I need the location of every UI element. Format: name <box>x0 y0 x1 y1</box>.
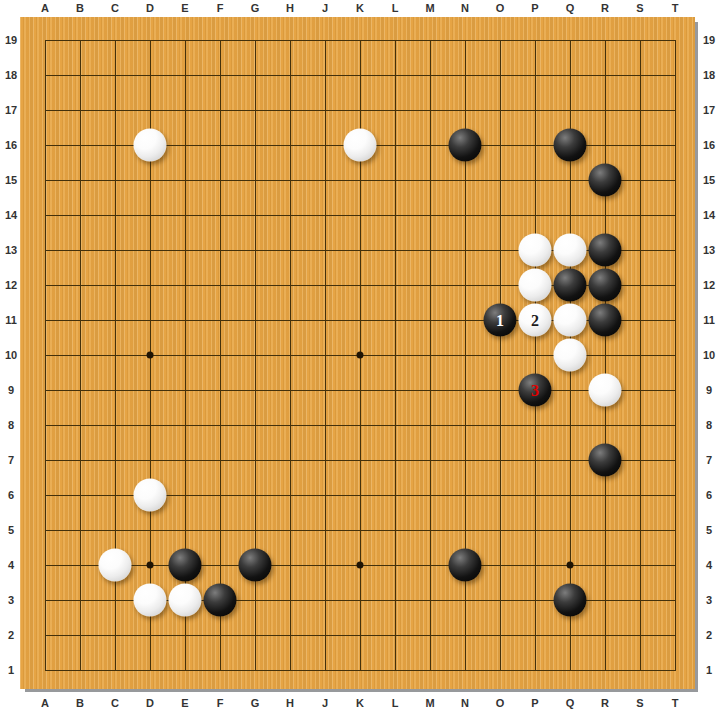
coord-label-left: 8 <box>8 420 14 431</box>
coord-label-right: 12 <box>703 280 715 291</box>
hoshi-point <box>567 562 574 569</box>
coord-label-bottom: M <box>425 698 434 709</box>
coord-label-left: 4 <box>8 560 14 571</box>
coord-label-top: H <box>286 3 294 14</box>
stone-white-P13[interactable] <box>519 234 552 267</box>
coord-label-top: L <box>392 3 399 14</box>
coord-label-top: K <box>356 3 364 14</box>
coord-label-right: 6 <box>706 490 712 501</box>
coord-label-bottom: Q <box>566 698 575 709</box>
coord-label-bottom: E <box>181 698 188 709</box>
stone-black-G4[interactable] <box>239 549 272 582</box>
coord-label-top: R <box>601 3 609 14</box>
coord-label-bottom: T <box>672 698 679 709</box>
coord-label-right: 13 <box>703 245 715 256</box>
coord-label-left: 9 <box>8 385 14 396</box>
stone-white-D3[interactable] <box>134 584 167 617</box>
go-board-screenshot: AABBCCDDEEFFGGHHJJKKLLMMNNOOPPQQRRSSTT19… <box>0 0 720 712</box>
coord-label-bottom: P <box>531 698 538 709</box>
coord-label-bottom: J <box>322 698 328 709</box>
hoshi-point <box>357 562 364 569</box>
coord-label-right: 5 <box>706 525 712 536</box>
coord-label-right: 16 <box>703 140 715 151</box>
coord-label-bottom: K <box>356 698 364 709</box>
stone-white-P11[interactable]: 2 <box>519 304 552 337</box>
coord-label-top: J <box>322 3 328 14</box>
stone-black-Q16[interactable] <box>554 129 587 162</box>
coord-label-top: N <box>461 3 469 14</box>
coord-label-bottom: F <box>217 698 224 709</box>
hoshi-point <box>147 562 154 569</box>
stone-white-D6[interactable] <box>134 479 167 512</box>
stone-black-R12[interactable] <box>589 269 622 302</box>
coord-label-top: B <box>76 3 84 14</box>
stone-white-Q13[interactable] <box>554 234 587 267</box>
coord-label-right: 14 <box>703 210 715 221</box>
coord-label-top: C <box>111 3 119 14</box>
coord-label-top: G <box>251 3 260 14</box>
stone-black-F3[interactable] <box>204 584 237 617</box>
coord-label-bottom: O <box>496 698 505 709</box>
coord-label-right: 3 <box>706 595 712 606</box>
coord-label-right: 9 <box>706 385 712 396</box>
coord-label-bottom: R <box>601 698 609 709</box>
coord-label-top: A <box>41 3 49 14</box>
coord-label-top: P <box>531 3 538 14</box>
stone-black-O11[interactable]: 1 <box>484 304 517 337</box>
coord-label-left: 3 <box>8 595 14 606</box>
coord-label-top: T <box>672 3 679 14</box>
coord-label-left: 14 <box>5 210 17 221</box>
coord-label-left: 6 <box>8 490 14 501</box>
coord-label-bottom: B <box>76 698 84 709</box>
stone-white-K16[interactable] <box>344 129 377 162</box>
coord-label-left: 16 <box>5 140 17 151</box>
stone-black-R15[interactable] <box>589 164 622 197</box>
stone-white-E3[interactable] <box>169 584 202 617</box>
hoshi-point <box>147 352 154 359</box>
coord-label-right: 4 <box>706 560 712 571</box>
coord-label-right: 17 <box>703 105 715 116</box>
coord-label-right: 7 <box>706 455 712 466</box>
stone-white-Q10[interactable] <box>554 339 587 372</box>
coord-label-left: 15 <box>5 175 17 186</box>
coord-label-top: Q <box>566 3 575 14</box>
coord-label-left: 7 <box>8 455 14 466</box>
coord-label-left: 11 <box>5 315 17 326</box>
stone-white-D16[interactable] <box>134 129 167 162</box>
stone-white-C4[interactable] <box>99 549 132 582</box>
coord-label-left: 1 <box>8 665 14 676</box>
coord-label-bottom: C <box>111 698 119 709</box>
coord-label-right: 2 <box>706 630 712 641</box>
stone-black-R13[interactable] <box>589 234 622 267</box>
stone-white-P12[interactable] <box>519 269 552 302</box>
coord-label-top: M <box>425 3 434 14</box>
move-number: 3 <box>531 382 539 398</box>
coord-label-right: 10 <box>703 350 715 361</box>
stone-black-N4[interactable] <box>449 549 482 582</box>
coord-label-top: D <box>146 3 154 14</box>
coord-label-bottom: D <box>146 698 154 709</box>
coord-label-left: 13 <box>5 245 17 256</box>
coord-label-bottom: G <box>251 698 260 709</box>
stone-black-R11[interactable] <box>589 304 622 337</box>
hoshi-point <box>357 352 364 359</box>
coord-label-left: 10 <box>5 350 17 361</box>
coord-label-right: 11 <box>703 315 715 326</box>
stone-black-R7[interactable] <box>589 444 622 477</box>
coord-label-right: 15 <box>703 175 715 186</box>
stone-black-Q12[interactable] <box>554 269 587 302</box>
move-number: 2 <box>531 312 539 328</box>
stone-black-E4[interactable] <box>169 549 202 582</box>
coord-label-bottom: H <box>286 698 294 709</box>
coord-label-left: 19 <box>5 35 17 46</box>
coord-label-left: 12 <box>5 280 17 291</box>
coord-label-bottom: A <box>41 698 49 709</box>
coord-label-left: 18 <box>5 70 17 81</box>
coord-label-bottom: N <box>461 698 469 709</box>
coord-label-right: 8 <box>706 420 712 431</box>
coord-label-right: 1 <box>706 665 712 676</box>
coord-label-top: F <box>217 3 224 14</box>
coord-label-left: 17 <box>5 105 17 116</box>
coord-label-left: 2 <box>8 630 14 641</box>
move-number: 1 <box>496 312 504 328</box>
stone-white-R9[interactable] <box>589 374 622 407</box>
coord-label-top: O <box>496 3 505 14</box>
stone-white-Q11[interactable] <box>554 304 587 337</box>
coord-label-left: 5 <box>8 525 14 536</box>
coord-label-top: S <box>636 3 643 14</box>
stone-black-N16[interactable] <box>449 129 482 162</box>
coord-label-right: 19 <box>703 35 715 46</box>
coord-label-top: E <box>181 3 188 14</box>
coord-label-right: 18 <box>703 70 715 81</box>
coord-label-bottom: S <box>636 698 643 709</box>
stone-black-Q3[interactable] <box>554 584 587 617</box>
stone-black-P9[interactable]: 3 <box>519 374 552 407</box>
coord-label-bottom: L <box>392 698 399 709</box>
